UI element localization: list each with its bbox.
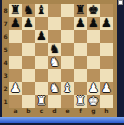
square-d3[interactable] <box>48 69 61 82</box>
file-label-a: a <box>9 104 22 117</box>
square-c8[interactable]: ♝ <box>35 4 48 17</box>
square-a3[interactable] <box>9 69 22 82</box>
piece-black-pawn[interactable]: ♟ <box>75 17 86 30</box>
square-g8[interactable]: ♚ <box>87 4 100 17</box>
piece-white-pawn[interactable]: ♟ <box>10 82 21 95</box>
rank-label-2: 2 <box>2 82 9 95</box>
square-c2[interactable] <box>35 82 48 95</box>
square-f8[interactable]: ♜ <box>74 4 87 17</box>
square-c5[interactable] <box>35 43 48 56</box>
square-f6[interactable] <box>74 30 87 43</box>
file-label-g: g <box>87 104 100 117</box>
square-e5[interactable] <box>61 43 74 56</box>
square-a5[interactable] <box>9 43 22 56</box>
rank-label-5: 5 <box>2 43 9 56</box>
square-c7[interactable] <box>35 17 48 30</box>
piece-black-pawn[interactable]: ♟ <box>10 17 21 30</box>
piece-white-bishop[interactable]: ♝ <box>62 82 73 95</box>
square-e3[interactable] <box>61 69 74 82</box>
file-label-f: f <box>74 104 87 117</box>
file-label-d: d <box>48 104 61 117</box>
square-a4[interactable] <box>9 56 22 69</box>
square-h4[interactable] <box>100 56 113 69</box>
piece-black-pawn[interactable]: ♟ <box>88 17 99 30</box>
piece-black-pawn[interactable]: ♟ <box>23 17 34 30</box>
piece-white-knight[interactable]: ♞ <box>49 56 60 69</box>
piece-black-pawn[interactable]: ♟ <box>101 17 112 30</box>
square-d8[interactable] <box>48 4 61 17</box>
square-d4[interactable]: ♞ <box>48 56 61 69</box>
piece-black-knight[interactable]: ♞ <box>49 43 60 56</box>
square-a6[interactable] <box>9 30 22 43</box>
square-c4[interactable] <box>35 56 48 69</box>
square-b3[interactable] <box>22 69 35 82</box>
piece-black-rook[interactable]: ♜ <box>10 4 21 17</box>
file-label-h: h <box>100 104 113 117</box>
square-c3[interactable] <box>35 69 48 82</box>
chess-app-window: 87654321 ♜♞♝♜♚♟♟♟♟♟♟♞♞♟♞♝♟♟♜♜♚ abcdefgh <box>0 0 124 125</box>
square-h7[interactable]: ♟ <box>100 17 113 30</box>
rank-label-1: 1 <box>2 95 9 108</box>
square-h8[interactable] <box>100 4 113 17</box>
square-h5[interactable] <box>100 43 113 56</box>
square-f4[interactable] <box>74 56 87 69</box>
rank-label-7: 7 <box>2 17 9 30</box>
board-frame: 87654321 ♜♞♝♜♚♟♟♟♟♟♟♞♞♟♞♝♟♟♜♜♚ abcdefgh <box>2 0 117 117</box>
file-labels: abcdefgh <box>9 104 113 117</box>
rank-label-3: 3 <box>2 69 9 82</box>
square-d2[interactable]: ♞ <box>48 82 61 95</box>
square-a7[interactable]: ♟ <box>9 17 22 30</box>
piece-black-king[interactable]: ♚ <box>88 4 99 17</box>
square-b4[interactable] <box>22 56 35 69</box>
window-bottom-bar <box>0 117 124 123</box>
square-e2[interactable]: ♝ <box>61 82 74 95</box>
square-g4[interactable] <box>87 56 100 69</box>
square-h6[interactable] <box>100 30 113 43</box>
square-c6[interactable]: ♟ <box>35 30 48 43</box>
square-a8[interactable]: ♜ <box>9 4 22 17</box>
rank-label-8: 8 <box>2 4 9 17</box>
square-b6[interactable] <box>22 30 35 43</box>
chess-board: ♜♞♝♜♚♟♟♟♟♟♟♞♞♟♞♝♟♟♜♜♚ <box>9 4 113 108</box>
scrollbar-corner <box>118 0 123 5</box>
rank-label-6: 6 <box>2 30 9 43</box>
piece-black-rook[interactable]: ♜ <box>75 4 86 17</box>
piece-black-knight[interactable]: ♞ <box>23 4 34 17</box>
piece-white-knight[interactable]: ♞ <box>49 82 60 95</box>
square-e7[interactable] <box>61 17 74 30</box>
piece-black-pawn[interactable]: ♟ <box>36 30 47 43</box>
square-h2[interactable]: ♟ <box>100 82 113 95</box>
square-e6[interactable] <box>61 30 74 43</box>
square-f3[interactable] <box>74 69 87 82</box>
square-g7[interactable]: ♟ <box>87 17 100 30</box>
square-f2[interactable] <box>74 82 87 95</box>
rank-labels: 87654321 <box>2 4 9 108</box>
square-b5[interactable] <box>22 43 35 56</box>
square-f5[interactable] <box>74 43 87 56</box>
square-d7[interactable] <box>48 17 61 30</box>
square-g5[interactable] <box>87 43 100 56</box>
square-b2[interactable] <box>22 82 35 95</box>
piece-black-bishop[interactable]: ♝ <box>36 4 47 17</box>
square-e8[interactable] <box>61 4 74 17</box>
square-b8[interactable]: ♞ <box>22 4 35 17</box>
square-d5[interactable]: ♞ <box>48 43 61 56</box>
square-g6[interactable] <box>87 30 100 43</box>
file-label-b: b <box>22 104 35 117</box>
square-b7[interactable]: ♟ <box>22 17 35 30</box>
file-label-c: c <box>35 104 48 117</box>
square-f7[interactable]: ♟ <box>74 17 87 30</box>
square-h3[interactable] <box>100 69 113 82</box>
square-e4[interactable] <box>61 56 74 69</box>
square-a2[interactable]: ♟ <box>9 82 22 95</box>
square-d6[interactable] <box>48 30 61 43</box>
rank-label-4: 4 <box>2 56 9 69</box>
square-g3[interactable] <box>87 69 100 82</box>
piece-white-pawn[interactable]: ♟ <box>101 82 112 95</box>
file-label-e: e <box>61 104 74 117</box>
piece-white-pawn[interactable]: ♟ <box>88 82 99 95</box>
square-g2[interactable]: ♟ <box>87 82 100 95</box>
